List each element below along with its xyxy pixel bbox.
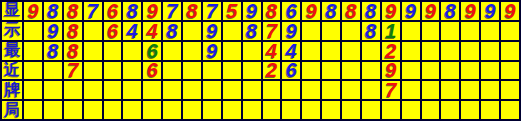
empty-cell (143, 81, 161, 99)
empty-cell (322, 62, 340, 80)
empty-cell (342, 22, 360, 40)
empty-cell (501, 42, 519, 60)
empty-cell (243, 42, 261, 60)
board-title-char: 牌 (2, 81, 22, 99)
empty-cell (243, 81, 261, 99)
empty-cell (44, 81, 62, 99)
empty-cell (362, 81, 380, 99)
round-number-cell: 8 (64, 2, 82, 20)
round-number-cell: 6 (104, 22, 122, 40)
empty-cell (64, 81, 82, 99)
empty-cell (402, 101, 420, 119)
round-number-cell: 8 (322, 2, 340, 20)
round-number-cell: 8 (44, 42, 62, 60)
empty-cell (84, 22, 102, 40)
empty-cell (104, 62, 122, 80)
empty-cell (183, 101, 201, 119)
empty-cell (263, 101, 281, 119)
board-title-char: 示 (2, 22, 22, 40)
empty-cell (441, 22, 459, 40)
round-number-cell: 8 (362, 2, 380, 20)
empty-cell (223, 101, 241, 119)
board-title-char: 最 (2, 42, 22, 60)
empty-cell (342, 62, 360, 80)
round-number-cell: 9 (501, 2, 519, 20)
empty-cell (461, 101, 479, 119)
round-number-cell: 4 (282, 42, 300, 60)
round-number-cell: 9 (243, 2, 261, 20)
empty-cell (263, 81, 281, 99)
empty-cell (322, 22, 340, 40)
empty-cell (441, 42, 459, 60)
empty-cell (104, 101, 122, 119)
round-number-cell: 8 (441, 2, 459, 20)
empty-cell (501, 101, 519, 119)
round-number-cell: 8 (64, 42, 82, 60)
round-number-cell: 6 (282, 62, 300, 80)
round-number-cell: 2 (382, 42, 400, 60)
empty-cell (302, 62, 320, 80)
empty-cell (104, 81, 122, 99)
empty-cell (64, 101, 82, 119)
empty-cell (402, 22, 420, 40)
board-title-char: 局 (2, 101, 22, 119)
empty-cell (501, 22, 519, 40)
empty-cell (402, 62, 420, 80)
empty-cell (302, 22, 320, 40)
empty-cell (203, 62, 221, 80)
empty-cell (183, 62, 201, 80)
empty-cell (163, 101, 181, 119)
empty-cell (441, 101, 459, 119)
empty-cell (163, 81, 181, 99)
empty-cell (342, 42, 360, 60)
recent-rounds-board: 显9887689787598698889998999示986448987981最… (0, 0, 521, 121)
empty-cell (422, 42, 440, 60)
round-number-cell: 9 (481, 2, 499, 20)
empty-cell (362, 101, 380, 119)
empty-cell (461, 42, 479, 60)
empty-cell (402, 81, 420, 99)
empty-cell (123, 101, 141, 119)
empty-cell (302, 42, 320, 60)
empty-cell (362, 42, 380, 60)
empty-cell (203, 81, 221, 99)
empty-cell (84, 62, 102, 80)
empty-cell (322, 42, 340, 60)
empty-cell (223, 62, 241, 80)
round-number-cell: 4 (143, 22, 161, 40)
round-number-cell: 8 (183, 2, 201, 20)
empty-cell (322, 81, 340, 99)
empty-cell (183, 81, 201, 99)
empty-cell (501, 81, 519, 99)
round-number-cell: 4 (263, 42, 281, 60)
round-number-cell: 8 (342, 2, 360, 20)
empty-cell (422, 101, 440, 119)
round-number-cell: 6 (282, 2, 300, 20)
empty-cell (441, 81, 459, 99)
empty-cell (24, 22, 42, 40)
round-number-cell: 9 (44, 22, 62, 40)
round-number-cell: 9 (382, 62, 400, 80)
empty-cell (24, 101, 42, 119)
empty-cell (282, 101, 300, 119)
empty-cell (481, 22, 499, 40)
round-number-cell: 9 (461, 2, 479, 20)
round-number-cell: 9 (24, 2, 42, 20)
round-number-cell: 6 (104, 2, 122, 20)
round-number-cell: 9 (203, 42, 221, 60)
empty-cell (84, 42, 102, 60)
empty-cell (223, 22, 241, 40)
round-number-cell: 7 (203, 2, 221, 20)
round-number-cell: 9 (143, 2, 161, 20)
board-title-char: 近 (2, 62, 22, 80)
round-number-cell: 9 (282, 22, 300, 40)
round-number-cell: 8 (123, 2, 141, 20)
round-number-cell: 5 (223, 2, 241, 20)
empty-cell (24, 42, 42, 60)
empty-cell (243, 62, 261, 80)
round-number-cell: 7 (64, 62, 82, 80)
empty-cell (422, 62, 440, 80)
round-number-cell: 8 (64, 22, 82, 40)
round-number-cell: 7 (382, 81, 400, 99)
empty-cell (282, 81, 300, 99)
round-number-cell: 8 (362, 22, 380, 40)
empty-cell (44, 62, 62, 80)
round-number-cell: 9 (302, 2, 320, 20)
empty-cell (143, 101, 161, 119)
round-number-cell: 9 (402, 2, 420, 20)
empty-cell (342, 81, 360, 99)
round-number-cell: 8 (263, 2, 281, 20)
empty-cell (223, 42, 241, 60)
round-number-cell: 6 (143, 62, 161, 80)
round-number-cell: 9 (382, 2, 400, 20)
empty-cell (322, 101, 340, 119)
empty-cell (24, 81, 42, 99)
board-title-char: 显 (2, 2, 22, 20)
empty-cell (223, 81, 241, 99)
empty-cell (481, 101, 499, 119)
empty-cell (183, 42, 201, 60)
empty-cell (183, 22, 201, 40)
empty-cell (461, 22, 479, 40)
empty-cell (481, 81, 499, 99)
round-number-cell: 8 (243, 22, 261, 40)
empty-cell (362, 62, 380, 80)
empty-cell (123, 42, 141, 60)
empty-cell (481, 62, 499, 80)
empty-cell (84, 101, 102, 119)
empty-cell (44, 101, 62, 119)
round-number-cell: 8 (163, 22, 181, 40)
round-number-cell: 7 (163, 2, 181, 20)
empty-cell (24, 62, 42, 80)
round-number-cell: 9 (422, 2, 440, 20)
empty-cell (163, 42, 181, 60)
empty-cell (422, 81, 440, 99)
empty-cell (422, 22, 440, 40)
empty-cell (123, 62, 141, 80)
empty-cell (123, 81, 141, 99)
round-number-cell: 2 (263, 62, 281, 80)
empty-cell (302, 81, 320, 99)
round-number-cell: 8 (44, 2, 62, 20)
round-number-cell: 6 (143, 42, 161, 60)
empty-cell (243, 101, 261, 119)
round-number-cell: 7 (263, 22, 281, 40)
round-number-cell: 1 (382, 22, 400, 40)
empty-cell (461, 62, 479, 80)
empty-cell (203, 101, 221, 119)
empty-cell (441, 62, 459, 80)
empty-cell (84, 81, 102, 99)
empty-cell (302, 101, 320, 119)
empty-cell (382, 101, 400, 119)
round-number-cell: 4 (123, 22, 141, 40)
empty-cell (163, 62, 181, 80)
empty-cell (481, 42, 499, 60)
empty-cell (104, 42, 122, 60)
empty-cell (342, 101, 360, 119)
round-number-cell: 7 (84, 2, 102, 20)
round-number-cell: 9 (203, 22, 221, 40)
empty-cell (402, 42, 420, 60)
empty-cell (501, 62, 519, 80)
empty-cell (461, 81, 479, 99)
